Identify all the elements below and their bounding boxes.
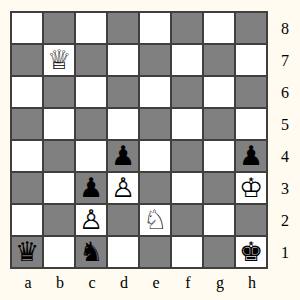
square-a2[interactable] xyxy=(12,205,42,235)
rank-label-6: 6 xyxy=(274,77,296,109)
square-b7[interactable]: ♕ xyxy=(44,45,74,75)
square-h7[interactable] xyxy=(236,45,266,75)
chess-board: ♕♟♟♟♙♔♙♘♛♞♚ xyxy=(10,11,268,269)
square-d6[interactable] xyxy=(108,77,138,107)
square-g7[interactable] xyxy=(204,45,234,75)
square-f1[interactable] xyxy=(172,237,202,267)
square-h4[interactable]: ♟ xyxy=(236,141,266,171)
square-e2[interactable]: ♘ xyxy=(140,205,170,235)
square-b4[interactable] xyxy=(44,141,74,171)
square-c5[interactable] xyxy=(76,109,106,139)
square-f2[interactable] xyxy=(172,205,202,235)
square-g6[interactable] xyxy=(204,77,234,107)
black-pawn[interactable]: ♟ xyxy=(111,141,135,171)
black-pawn[interactable]: ♟ xyxy=(239,141,263,171)
square-e6[interactable] xyxy=(140,77,170,107)
square-c8[interactable] xyxy=(76,13,106,43)
square-h1[interactable]: ♚ xyxy=(236,237,266,267)
file-label-a: a xyxy=(12,270,44,296)
square-g5[interactable] xyxy=(204,109,234,139)
square-a7[interactable] xyxy=(12,45,42,75)
square-d7[interactable] xyxy=(108,45,138,75)
square-f7[interactable] xyxy=(172,45,202,75)
white-pawn[interactable]: ♙ xyxy=(79,205,103,235)
square-c6[interactable] xyxy=(76,77,106,107)
square-f4[interactable] xyxy=(172,141,202,171)
square-e3[interactable] xyxy=(140,173,170,203)
square-a8[interactable] xyxy=(12,13,42,43)
square-e8[interactable] xyxy=(140,13,170,43)
square-g4[interactable] xyxy=(204,141,234,171)
square-b2[interactable] xyxy=(44,205,74,235)
square-a3[interactable] xyxy=(12,173,42,203)
square-h2[interactable] xyxy=(236,205,266,235)
square-a5[interactable] xyxy=(12,109,42,139)
rank-label-5: 5 xyxy=(274,109,296,141)
rank-labels: 87654321 xyxy=(274,13,296,269)
black-queen[interactable]: ♛ xyxy=(15,237,39,267)
square-e4[interactable] xyxy=(140,141,170,171)
square-h6[interactable] xyxy=(236,77,266,107)
square-d2[interactable] xyxy=(108,205,138,235)
file-label-h: h xyxy=(236,270,268,296)
rank-label-1: 1 xyxy=(274,237,296,269)
rank-label-4: 4 xyxy=(274,141,296,173)
square-f5[interactable] xyxy=(172,109,202,139)
square-g2[interactable] xyxy=(204,205,234,235)
square-a1[interactable]: ♛ xyxy=(12,237,42,267)
square-c7[interactable] xyxy=(76,45,106,75)
square-d8[interactable] xyxy=(108,13,138,43)
square-d3[interactable]: ♙ xyxy=(108,173,138,203)
rank-label-2: 2 xyxy=(274,205,296,237)
file-label-f: f xyxy=(172,270,204,296)
white-king[interactable]: ♔ xyxy=(239,173,263,203)
square-h8[interactable] xyxy=(236,13,266,43)
file-label-c: c xyxy=(76,270,108,296)
black-king[interactable]: ♚ xyxy=(239,237,263,267)
square-f6[interactable] xyxy=(172,77,202,107)
square-a6[interactable] xyxy=(12,77,42,107)
white-queen[interactable]: ♕ xyxy=(47,45,71,75)
square-c4[interactable] xyxy=(76,141,106,171)
file-label-g: g xyxy=(204,270,236,296)
square-g1[interactable] xyxy=(204,237,234,267)
black-knight[interactable]: ♞ xyxy=(79,237,103,267)
square-d1[interactable] xyxy=(108,237,138,267)
square-c3[interactable]: ♟ xyxy=(76,173,106,203)
square-e7[interactable] xyxy=(140,45,170,75)
file-labels: abcdefgh xyxy=(12,270,268,296)
square-f8[interactable] xyxy=(172,13,202,43)
square-d4[interactable]: ♟ xyxy=(108,141,138,171)
rank-label-7: 7 xyxy=(274,45,296,77)
square-b3[interactable] xyxy=(44,173,74,203)
square-f3[interactable] xyxy=(172,173,202,203)
square-h5[interactable] xyxy=(236,109,266,139)
black-pawn[interactable]: ♟ xyxy=(79,173,103,203)
square-a4[interactable] xyxy=(12,141,42,171)
square-e1[interactable] xyxy=(140,237,170,267)
file-label-e: e xyxy=(140,270,172,296)
square-g8[interactable] xyxy=(204,13,234,43)
file-label-b: b xyxy=(44,270,76,296)
square-b8[interactable] xyxy=(44,13,74,43)
square-g3[interactable] xyxy=(204,173,234,203)
square-h3[interactable]: ♔ xyxy=(236,173,266,203)
rank-label-3: 3 xyxy=(274,173,296,205)
square-b5[interactable] xyxy=(44,109,74,139)
square-b6[interactable] xyxy=(44,77,74,107)
file-label-d: d xyxy=(108,270,140,296)
square-e5[interactable] xyxy=(140,109,170,139)
square-c1[interactable]: ♞ xyxy=(76,237,106,267)
white-knight[interactable]: ♘ xyxy=(143,205,167,235)
square-c2[interactable]: ♙ xyxy=(76,205,106,235)
square-b1[interactable] xyxy=(44,237,74,267)
rank-label-8: 8 xyxy=(274,13,296,45)
square-d5[interactable] xyxy=(108,109,138,139)
white-pawn[interactable]: ♙ xyxy=(111,173,135,203)
